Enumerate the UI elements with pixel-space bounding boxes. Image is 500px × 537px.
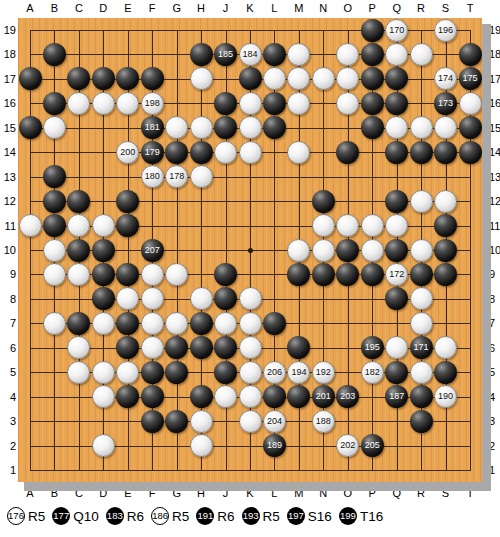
stone-R6[interactable]: 171 [410,336,433,359]
move-number-label: 189 [267,441,282,450]
col-label-top-D: D [99,2,107,14]
stone-R14[interactable] [410,141,433,164]
stone-P19[interactable] [361,19,384,42]
caption-black-stone-icon: 177 [52,507,70,525]
stone-A11[interactable] [19,214,42,237]
col-label-top-Q: Q [392,2,401,14]
stone-H7[interactable] [190,312,213,335]
col-label-top-G: G [172,2,181,14]
move-number-label: 202 [340,441,355,450]
stone-L2[interactable]: 189 [263,434,286,457]
stone-G3[interactable] [165,410,188,433]
stone-B16[interactable] [43,92,66,115]
stone-Q9[interactable]: 172 [385,263,408,286]
stone-H13[interactable] [190,165,213,188]
stone-Q14[interactable] [385,141,408,164]
stone-O16[interactable] [336,92,359,115]
stone-F8[interactable] [141,287,164,310]
caption-item: 191R6 [196,507,234,525]
stone-H14[interactable] [190,141,213,164]
caption-item: 197S16 [287,507,332,525]
caption-point-text: S16 [308,509,332,524]
stone-D10[interactable] [92,239,115,262]
stone-K6[interactable] [239,336,262,359]
grid-line-horizontal [30,470,471,471]
stone-R9[interactable] [410,263,433,286]
stone-F4[interactable] [141,385,164,408]
stone-N4[interactable]: 201 [312,385,335,408]
stone-P9[interactable] [361,263,384,286]
move-number-label: 172 [389,270,404,279]
stone-H18[interactable] [190,43,213,66]
move-number-label: 204 [267,417,282,426]
stone-A15[interactable] [19,116,42,139]
stone-A17[interactable] [19,67,42,90]
row-label-left-9: 9 [10,268,16,280]
row-label-left-13: 13 [4,171,16,183]
stone-C12[interactable] [67,190,90,213]
stone-S5[interactable] [434,361,457,384]
stone-J5[interactable] [214,361,237,384]
board-shadow-right [482,24,491,488]
move-number-label: 190 [438,392,453,401]
move-number-label: 182 [365,368,380,377]
stone-D16[interactable] [92,92,115,115]
move-number-label: 200 [120,148,135,157]
move-number-label: 187 [389,392,404,401]
star-point [248,248,253,253]
stone-R3[interactable] [410,410,433,433]
stone-B18[interactable] [43,43,66,66]
col-label-top-O: O [344,2,353,14]
stone-S11[interactable] [434,214,457,237]
stone-T14[interactable] [459,141,482,164]
stone-N11[interactable] [312,214,335,237]
col-label-top-K: K [246,2,253,14]
stone-B11[interactable] [43,214,66,237]
stone-P2[interactable]: 205 [361,434,384,457]
stone-F15[interactable]: 181 [141,116,164,139]
caption-white-stone-icon: 186 [151,507,169,525]
stone-N12[interactable] [312,190,335,213]
stone-F7[interactable] [141,312,164,335]
move-number-label: 198 [145,99,160,108]
caption-point-text: R5 [263,509,280,524]
stone-N9[interactable] [312,263,335,286]
col-label-top-R: R [417,2,425,14]
move-number-label: 207 [145,246,160,255]
stone-L16[interactable] [263,92,286,115]
stone-N5[interactable]: 192 [312,361,335,384]
stone-D5[interactable] [92,361,115,384]
stone-S12[interactable] [434,190,457,213]
stone-P11[interactable] [361,214,384,237]
col-label-top-H: H [197,2,205,14]
stone-G9[interactable] [165,263,188,286]
stone-D2[interactable] [92,434,115,457]
move-number-label: 184 [242,50,257,59]
move-number-label: 179 [145,148,160,157]
stone-L3[interactable]: 204 [263,410,286,433]
stone-D11[interactable] [92,214,115,237]
col-label-top-E: E [124,2,131,14]
col-label-top-N: N [319,2,327,14]
caption-point-text: R6 [127,509,144,524]
col-label-top-A: A [26,2,33,14]
col-label-top-P: P [369,2,376,14]
row-label-left-11: 11 [5,220,16,232]
caption-point-text: R6 [217,509,234,524]
stone-S14[interactable] [434,141,457,164]
caption-black-stone-icon: 193 [242,507,260,525]
col-label-top-S: S [442,2,449,14]
stone-R8[interactable] [410,287,433,310]
stone-F5[interactable] [141,361,164,384]
row-label-left-8: 8 [10,293,16,305]
go-game-record-viewer: AABBCCDDEEFFGGHHJJKKLLMMNNOOPPQQRRSSTT19… [0,0,500,537]
stone-F17[interactable] [141,67,164,90]
move-number-label: 171 [414,343,429,352]
caption-item: 186R5 [151,507,189,525]
stone-L18[interactable] [263,43,286,66]
caption-item: 183R6 [106,507,144,525]
caption-black-stone-icon: 197 [287,507,305,525]
stone-F14[interactable]: 179 [141,141,164,164]
stone-B9[interactable] [43,263,66,286]
stone-H3[interactable] [190,410,213,433]
stone-K3[interactable] [239,410,262,433]
stone-K18[interactable]: 184 [239,43,262,66]
caption-black-stone-icon: 183 [106,507,124,525]
row-label-left-10: 10 [4,244,16,256]
stone-K5[interactable] [239,361,262,384]
stone-B12[interactable] [43,190,66,213]
caption-point-text: Q10 [73,509,99,524]
stone-C10[interactable] [67,239,90,262]
col-label-top-F: F [149,2,156,14]
stone-B7[interactable] [43,312,66,335]
stone-Q19[interactable]: 170 [385,19,408,42]
col-label-top-C: C [75,2,83,14]
stone-F6[interactable] [141,336,164,359]
move-number-label: 194 [291,368,306,377]
caption-black-stone-icon: 191 [196,507,214,525]
row-label-left-2: 2 [10,440,16,452]
stone-M5[interactable]: 194 [287,361,310,384]
stone-K15[interactable] [239,116,262,139]
move-number-label: 205 [365,441,380,450]
stone-F3[interactable] [141,410,164,433]
col-label-top-M: M [294,2,303,14]
col-label-top-B: B [51,2,58,14]
stone-S19[interactable]: 196 [434,19,457,42]
stone-P17[interactable] [361,67,384,90]
stone-R4[interactable] [410,385,433,408]
caption-item: 193R5 [242,507,280,525]
caption-white-stone-icon: 176 [7,507,25,525]
stone-K14[interactable] [239,141,262,164]
caption-point-text: T16 [360,509,383,524]
col-label-top-J: J [223,2,229,14]
row-label-left-17: 17 [4,73,16,85]
stone-P16[interactable] [361,92,384,115]
stone-Q18[interactable] [385,43,408,66]
move-annotations: 176R5177Q10183R6186R5191R6193R5197S16199… [7,503,497,529]
stone-H4[interactable] [190,385,213,408]
stone-P10[interactable] [361,239,384,262]
stone-T18[interactable] [459,43,482,66]
caption-item: 199T16 [339,507,383,525]
stone-F16[interactable]: 198 [141,92,164,115]
stone-S9[interactable] [434,263,457,286]
caption-point-text: R5 [28,509,45,524]
stone-H6[interactable] [190,336,213,359]
move-number-label: 188 [316,417,331,426]
stone-J16[interactable] [214,92,237,115]
stone-D4[interactable] [92,385,115,408]
stone-K16[interactable] [239,92,262,115]
stone-E5[interactable] [116,361,139,384]
stone-R7[interactable] [410,312,433,335]
stone-D7[interactable] [92,312,115,335]
stone-Q12[interactable] [385,190,408,213]
row-label-left-6: 6 [10,342,16,354]
stone-L5[interactable]: 206 [263,361,286,384]
caption-item: 176R5 [7,507,45,525]
col-label-top-T: T [467,2,474,14]
row-label-left-3: 3 [10,415,16,427]
stone-Q5[interactable] [385,361,408,384]
stone-T17[interactable]: 175 [459,67,482,90]
stone-L4[interactable] [263,385,286,408]
stone-R18[interactable] [410,43,433,66]
stone-H17[interactable] [190,67,213,90]
stone-E16[interactable] [116,92,139,115]
stone-R5[interactable] [410,361,433,384]
move-number-label: 173 [438,99,453,108]
row-label-left-5: 5 [10,366,16,378]
stone-S16[interactable]: 173 [434,92,457,115]
stone-E14[interactable]: 200 [116,141,139,164]
stone-H2[interactable] [190,434,213,457]
row-label-left-18: 18 [4,48,16,60]
stone-O14[interactable] [336,141,359,164]
move-number-label: 192 [316,368,331,377]
stone-F13[interactable]: 180 [141,165,164,188]
stone-G14[interactable] [165,141,188,164]
stone-H8[interactable] [190,287,213,310]
stone-F10[interactable]: 207 [141,239,164,262]
stone-J18[interactable]: 185 [214,43,237,66]
stone-S10[interactable] [434,239,457,262]
stone-O10[interactable] [336,239,359,262]
move-number-label: 206 [267,368,282,377]
stone-H15[interactable] [190,116,213,139]
stone-D9[interactable] [92,263,115,286]
move-number-label: 196 [438,26,453,35]
stone-B10[interactable] [43,239,66,262]
stone-K8[interactable] [239,287,262,310]
row-label-left-14: 14 [4,146,16,158]
stone-P15[interactable] [361,116,384,139]
stone-T15[interactable] [459,116,482,139]
col-label-top-L: L [271,2,277,14]
stone-E7[interactable] [116,312,139,335]
stone-L7[interactable] [263,312,286,335]
move-number-label: 180 [145,172,160,181]
stone-C5[interactable] [67,361,90,384]
row-label-left-7: 7 [10,317,16,329]
stone-K7[interactable] [239,312,262,335]
stone-Q16[interactable] [385,92,408,115]
move-number-label: 174 [438,74,453,83]
row-label-left-16: 16 [4,97,16,109]
move-number-label: 178 [169,172,184,181]
row-label-left-1: 1 [10,464,16,476]
stone-N10[interactable] [312,239,335,262]
stone-F9[interactable] [141,263,164,286]
stone-E12[interactable] [116,190,139,213]
move-number-label: 170 [389,26,404,35]
move-number-label: 175 [462,74,477,83]
stone-P6[interactable]: 195 [361,336,384,359]
stone-M14[interactable] [287,141,310,164]
stone-G7[interactable] [165,312,188,335]
row-label-left-15: 15 [4,122,16,134]
caption-item: 177Q10 [52,507,99,525]
stone-G5[interactable] [165,361,188,384]
stone-J7[interactable] [214,312,237,335]
stone-R12[interactable] [410,190,433,213]
move-number-label: 203 [340,392,355,401]
stone-B13[interactable] [43,165,66,188]
stone-K4[interactable] [239,385,262,408]
stone-K17[interactable] [239,67,262,90]
caption-black-stone-icon: 199 [339,507,357,525]
row-label-left-4: 4 [10,391,16,403]
stone-R10[interactable] [410,239,433,262]
caption-point-text: R5 [172,509,189,524]
row-label-left-19: 19 [4,24,16,36]
row-label-left-12: 12 [4,195,16,207]
move-number-label: 181 [145,123,160,132]
stone-J9[interactable] [214,263,237,286]
stone-Q10[interactable] [385,239,408,262]
stone-N3[interactable]: 188 [312,410,335,433]
stone-M10[interactable] [287,239,310,262]
stone-P18[interactable] [361,43,384,66]
move-number-label: 201 [316,392,331,401]
move-number-label: 185 [218,50,233,59]
stone-P5[interactable]: 182 [361,361,384,384]
stone-T16[interactable] [459,92,482,115]
move-number-label: 195 [365,343,380,352]
board-shadow-bottom [24,482,491,491]
stone-J14[interactable] [214,141,237,164]
stone-R15[interactable] [410,116,433,139]
